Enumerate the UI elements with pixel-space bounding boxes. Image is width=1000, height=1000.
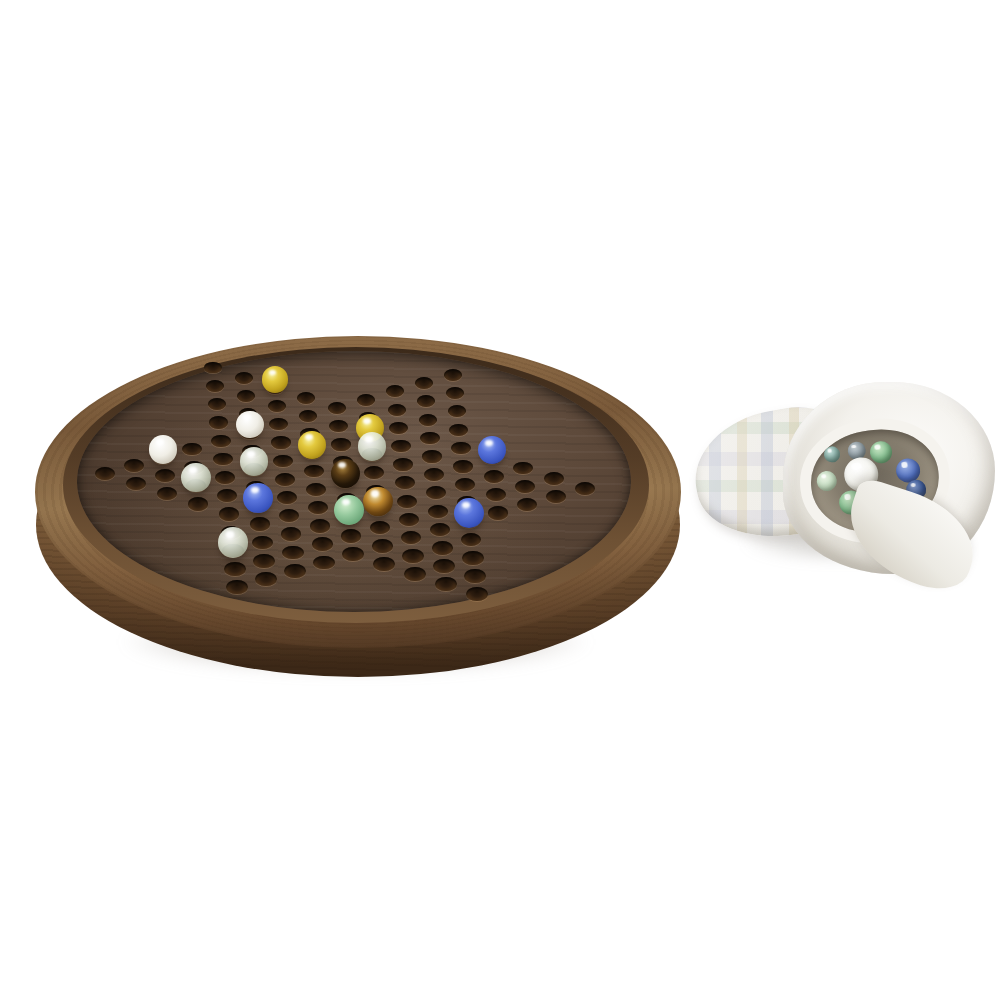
board-hole xyxy=(453,460,473,473)
board-hole xyxy=(544,472,564,485)
board-hole xyxy=(215,471,235,484)
board-hole xyxy=(397,495,417,508)
board-hole xyxy=(388,404,407,416)
board-hole xyxy=(357,394,376,406)
marble-yellow xyxy=(298,431,326,459)
board-hole xyxy=(331,438,350,451)
marble-clear xyxy=(240,447,269,476)
board-hole xyxy=(219,507,240,520)
board-hole xyxy=(432,541,453,555)
board-hole xyxy=(428,505,448,518)
board-hole xyxy=(484,470,504,483)
board-hole xyxy=(546,490,566,503)
board-hole xyxy=(402,549,423,563)
marble-blue xyxy=(243,483,273,513)
board-hole xyxy=(224,562,246,576)
board-hole xyxy=(124,459,144,472)
board-hole xyxy=(271,436,290,449)
marble-clear xyxy=(218,527,249,558)
marble-blue xyxy=(454,498,484,528)
board-hole xyxy=(444,369,462,381)
board-hole xyxy=(424,468,444,481)
board-hole xyxy=(182,443,202,456)
marble-blue xyxy=(478,436,506,464)
board-hole xyxy=(275,473,295,486)
board-hole xyxy=(209,416,228,428)
board-hole xyxy=(281,527,302,541)
marble-tiger-dark xyxy=(331,459,360,488)
board-hole xyxy=(328,402,347,414)
board-hole xyxy=(373,557,394,571)
marble-bag xyxy=(695,382,995,582)
marble-tiger-amber xyxy=(363,487,393,517)
board-hole xyxy=(415,377,433,389)
board-hole xyxy=(253,554,274,568)
board-hole xyxy=(341,529,362,543)
marble-white xyxy=(149,435,178,464)
board-hole xyxy=(462,551,483,565)
board-hole xyxy=(250,517,271,531)
board-hole xyxy=(284,564,306,578)
board-hole xyxy=(575,482,595,495)
board-hole xyxy=(342,547,363,561)
board-hole xyxy=(297,392,316,404)
board-hole xyxy=(488,506,508,519)
marble-clear xyxy=(358,432,386,460)
marble-clear xyxy=(181,463,210,492)
board-hole xyxy=(420,432,439,445)
board-hole xyxy=(235,372,253,384)
board-hole xyxy=(282,546,303,560)
board-hole xyxy=(313,556,334,570)
product-photo-scene xyxy=(0,0,1000,1000)
marble-green xyxy=(334,495,364,525)
board-hole xyxy=(273,455,293,468)
board-hole xyxy=(188,497,208,510)
board-hole xyxy=(372,539,393,553)
board-hole xyxy=(455,478,475,491)
board-hole xyxy=(237,390,256,402)
board-hole xyxy=(255,572,277,586)
board-hole xyxy=(252,536,273,550)
board-hole xyxy=(515,480,535,493)
bag-marble-pale-green xyxy=(816,470,838,492)
board-hole xyxy=(464,569,486,583)
board-hole xyxy=(451,442,470,455)
board-hole xyxy=(310,519,331,533)
board-hole xyxy=(155,469,175,482)
board-hole xyxy=(211,435,230,448)
board-hole xyxy=(433,559,454,573)
board-hole xyxy=(206,380,225,392)
board-hole xyxy=(422,450,442,463)
board-hole xyxy=(312,537,333,551)
board-hole xyxy=(306,483,326,496)
bag-marble-teal xyxy=(823,446,841,464)
board-hole xyxy=(393,458,413,471)
marble-white xyxy=(236,411,264,439)
board-hole xyxy=(419,414,438,426)
